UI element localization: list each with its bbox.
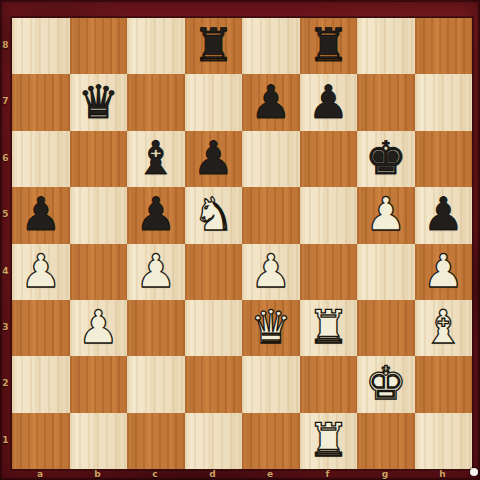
black-pawn[interactable]: ♟ xyxy=(423,191,464,237)
square-e4[interactable]: ♟ xyxy=(242,244,300,300)
square-c6[interactable]: ♝ xyxy=(127,131,185,187)
rank-label-6: 6 xyxy=(0,130,11,186)
square-f1[interactable]: ♜ xyxy=(300,413,358,469)
square-a6[interactable] xyxy=(12,131,70,187)
square-a2[interactable] xyxy=(12,356,70,412)
square-f7[interactable]: ♟ xyxy=(300,74,358,130)
white-rook[interactable]: ♜ xyxy=(308,417,349,463)
file-label-a: a xyxy=(11,468,69,480)
file-label-h: h xyxy=(414,468,472,480)
square-b2[interactable] xyxy=(70,356,128,412)
square-f6[interactable] xyxy=(300,131,358,187)
white-pawn[interactable]: ♟ xyxy=(20,248,61,294)
square-d5[interactable]: ♞ xyxy=(185,187,243,243)
black-pawn[interactable]: ♟ xyxy=(20,191,61,237)
square-f3[interactable]: ♜ xyxy=(300,300,358,356)
square-d2[interactable] xyxy=(185,356,243,412)
square-d8[interactable]: ♜ xyxy=(185,18,243,74)
file-label-b: b xyxy=(69,468,127,480)
square-h2[interactable] xyxy=(415,356,473,412)
rank-label-1: 1 xyxy=(0,412,11,468)
file-label-d: d xyxy=(184,468,242,480)
square-e6[interactable] xyxy=(242,131,300,187)
square-e3[interactable]: ♛ xyxy=(242,300,300,356)
rank-label-3: 3 xyxy=(0,299,11,355)
black-queen[interactable]: ♛ xyxy=(78,79,119,125)
white-queen[interactable]: ♛ xyxy=(250,304,291,350)
white-pawn[interactable]: ♟ xyxy=(365,191,406,237)
square-b5[interactable] xyxy=(70,187,128,243)
square-e8[interactable] xyxy=(242,18,300,74)
square-g6[interactable]: ♚ xyxy=(357,131,415,187)
square-h4[interactable]: ♟ xyxy=(415,244,473,300)
square-h5[interactable]: ♟ xyxy=(415,187,473,243)
black-rook[interactable]: ♜ xyxy=(308,22,349,68)
square-e5[interactable] xyxy=(242,187,300,243)
square-c7[interactable] xyxy=(127,74,185,130)
rank-label-8: 8 xyxy=(0,17,11,73)
square-c5[interactable]: ♟ xyxy=(127,187,185,243)
square-e7[interactable]: ♟ xyxy=(242,74,300,130)
square-e2[interactable] xyxy=(242,356,300,412)
square-d6[interactable]: ♟ xyxy=(185,131,243,187)
square-b8[interactable] xyxy=(70,18,128,74)
square-g2[interactable]: ♚ xyxy=(357,356,415,412)
square-a4[interactable]: ♟ xyxy=(12,244,70,300)
black-pawn[interactable]: ♟ xyxy=(193,135,234,181)
square-g8[interactable] xyxy=(357,18,415,74)
square-c4[interactable]: ♟ xyxy=(127,244,185,300)
square-g7[interactable] xyxy=(357,74,415,130)
rank-label-5: 5 xyxy=(0,186,11,242)
square-d3[interactable] xyxy=(185,300,243,356)
black-pawn[interactable]: ♟ xyxy=(135,191,176,237)
white-knight[interactable]: ♞ xyxy=(193,191,234,237)
rank-label-2: 2 xyxy=(0,355,11,411)
rank-label-7: 7 xyxy=(0,73,11,129)
file-label-c: c xyxy=(126,468,184,480)
square-g1[interactable] xyxy=(357,413,415,469)
square-b1[interactable] xyxy=(70,413,128,469)
square-c8[interactable] xyxy=(127,18,185,74)
white-rook[interactable]: ♜ xyxy=(308,304,349,350)
square-a7[interactable] xyxy=(12,74,70,130)
square-e1[interactable] xyxy=(242,413,300,469)
square-a1[interactable] xyxy=(12,413,70,469)
white-bishop[interactable]: ♝ xyxy=(423,304,464,350)
white-pawn[interactable]: ♟ xyxy=(250,248,291,294)
square-f4[interactable] xyxy=(300,244,358,300)
black-king[interactable]: ♚ xyxy=(365,135,406,181)
square-b7[interactable]: ♛ xyxy=(70,74,128,130)
square-g5[interactable]: ♟ xyxy=(357,187,415,243)
white-pawn[interactable]: ♟ xyxy=(423,248,464,294)
square-g4[interactable] xyxy=(357,244,415,300)
square-d4[interactable] xyxy=(185,244,243,300)
white-king[interactable]: ♚ xyxy=(365,360,406,406)
square-h8[interactable] xyxy=(415,18,473,74)
chess-board-frame: ♜♜♛♟♟♝♟♚♟♟♞♟♟♟♟♟♟♟♛♜♝♚♜ 87654321 abcdefg… xyxy=(0,0,480,480)
square-d1[interactable] xyxy=(185,413,243,469)
black-bishop[interactable]: ♝ xyxy=(135,135,176,181)
file-label-g: g xyxy=(356,468,414,480)
square-h1[interactable] xyxy=(415,413,473,469)
square-b6[interactable] xyxy=(70,131,128,187)
board: ♜♜♛♟♟♝♟♚♟♟♞♟♟♟♟♟♟♟♛♜♝♚♜ xyxy=(11,17,473,470)
black-rook[interactable]: ♜ xyxy=(193,22,234,68)
square-c1[interactable] xyxy=(127,413,185,469)
white-pawn[interactable]: ♟ xyxy=(135,248,176,294)
black-pawn[interactable]: ♟ xyxy=(250,79,291,125)
square-g3[interactable] xyxy=(357,300,415,356)
rank-label-4: 4 xyxy=(0,243,11,299)
square-h7[interactable] xyxy=(415,74,473,130)
square-a8[interactable] xyxy=(12,18,70,74)
side-to-move-indicator xyxy=(470,468,478,476)
square-d7[interactable] xyxy=(185,74,243,130)
square-h3[interactable]: ♝ xyxy=(415,300,473,356)
file-label-f: f xyxy=(299,468,357,480)
square-h6[interactable] xyxy=(415,131,473,187)
square-f8[interactable]: ♜ xyxy=(300,18,358,74)
square-f5[interactable] xyxy=(300,187,358,243)
square-b3[interactable]: ♟ xyxy=(70,300,128,356)
square-b4[interactable] xyxy=(70,244,128,300)
square-a3[interactable] xyxy=(12,300,70,356)
white-pawn[interactable]: ♟ xyxy=(78,304,119,350)
square-c2[interactable] xyxy=(127,356,185,412)
square-a5[interactable]: ♟ xyxy=(12,187,70,243)
square-f2[interactable] xyxy=(300,356,358,412)
black-pawn[interactable]: ♟ xyxy=(308,79,349,125)
square-c3[interactable] xyxy=(127,300,185,356)
file-label-e: e xyxy=(241,468,299,480)
